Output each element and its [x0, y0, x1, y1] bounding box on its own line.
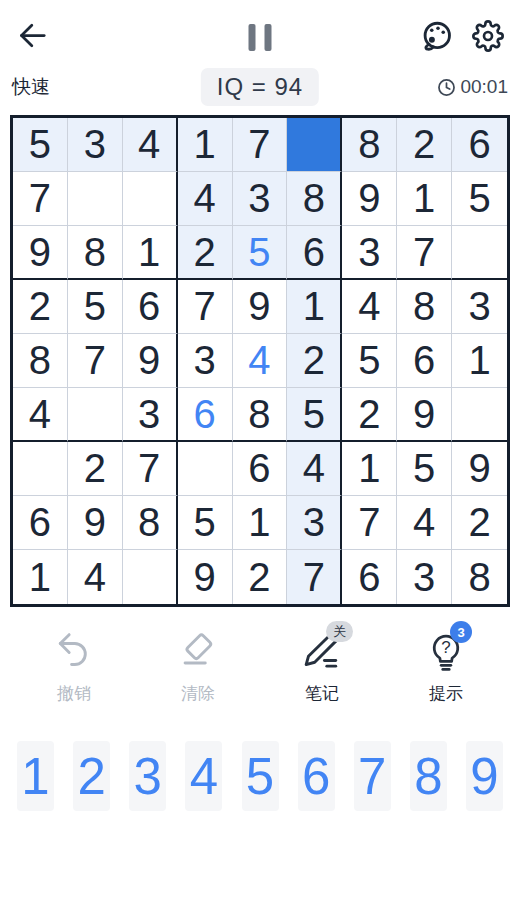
- cell-r6c1[interactable]: 4: [13, 388, 68, 442]
- notes-label: 笔记: [305, 682, 339, 705]
- cell-r8c7[interactable]: 7: [342, 496, 397, 550]
- cell-r2c8[interactable]: 1: [397, 172, 452, 226]
- cell-r5c9[interactable]: 1: [452, 334, 507, 388]
- gear-icon: [472, 20, 504, 55]
- undo-button[interactable]: 撤销: [32, 629, 116, 705]
- clock-icon: [437, 78, 456, 97]
- erase-label: 清除: [181, 682, 215, 705]
- cell-r1c4[interactable]: 1: [178, 118, 233, 172]
- cell-r7c8[interactable]: 5: [397, 442, 452, 496]
- cell-r6c7[interactable]: 2: [342, 388, 397, 442]
- eraser-icon: [177, 629, 219, 674]
- hint-count-badge: 3: [450, 621, 472, 643]
- number-pad: 123456789: [0, 741, 520, 811]
- cell-r4c1[interactable]: 2: [13, 280, 68, 334]
- cell-r2c9[interactable]: 5: [452, 172, 507, 226]
- cell-r3c4[interactable]: 2: [178, 226, 233, 280]
- cell-r5c3[interactable]: 9: [123, 334, 178, 388]
- cell-r3c3[interactable]: 1: [123, 226, 178, 280]
- numpad-2[interactable]: 2: [73, 741, 110, 811]
- cell-r6c8[interactable]: 9: [397, 388, 452, 442]
- cell-r4c6[interactable]: 1: [287, 280, 342, 334]
- cell-r5c1[interactable]: 8: [13, 334, 68, 388]
- cell-r3c2[interactable]: 8: [68, 226, 123, 280]
- cell-r8c5[interactable]: 1: [233, 496, 288, 550]
- cell-r2c1[interactable]: 7: [13, 172, 68, 226]
- cell-r2c5[interactable]: 3: [233, 172, 288, 226]
- cell-r8c2[interactable]: 9: [68, 496, 123, 550]
- cell-r3c5[interactable]: 5: [233, 226, 288, 280]
- cell-r9c7[interactable]: 6: [342, 550, 397, 604]
- numpad-8[interactable]: 8: [410, 741, 447, 811]
- cell-r3c8[interactable]: 7: [397, 226, 452, 280]
- undo-icon: [53, 629, 95, 674]
- palette-icon: [420, 19, 454, 56]
- cell-r2c4[interactable]: 4: [178, 172, 233, 226]
- back-button[interactable]: [16, 19, 49, 55]
- iq-score: IQ = 94: [201, 68, 319, 106]
- cell-r1c2[interactable]: 3: [68, 118, 123, 172]
- cell-r4c8[interactable]: 8: [397, 280, 452, 334]
- back-arrow-icon: [16, 19, 49, 55]
- settings-button[interactable]: [472, 20, 504, 55]
- cell-r9c9[interactable]: 8: [452, 550, 507, 604]
- cell-r4c2[interactable]: 5: [68, 280, 123, 334]
- cell-r6c5[interactable]: 8: [233, 388, 288, 442]
- cell-r3c9[interactable]: [452, 226, 507, 280]
- numpad-1[interactable]: 1: [17, 741, 54, 811]
- cell-r7c9[interactable]: 9: [452, 442, 507, 496]
- cell-r5c2[interactable]: 7: [68, 334, 123, 388]
- cell-r9c4[interactable]: 9: [178, 550, 233, 604]
- cell-r4c9[interactable]: 3: [452, 280, 507, 334]
- cell-r2c3[interactable]: [123, 172, 178, 226]
- cell-r1c7[interactable]: 8: [342, 118, 397, 172]
- cell-r3c7[interactable]: 3: [342, 226, 397, 280]
- cell-r7c3[interactable]: 7: [123, 442, 178, 496]
- cell-r1c9[interactable]: 6: [452, 118, 507, 172]
- cell-r7c7[interactable]: 1: [342, 442, 397, 496]
- timer-value: 00:01: [460, 76, 508, 98]
- cell-r8c9[interactable]: 2: [452, 496, 507, 550]
- erase-button[interactable]: 清除: [156, 629, 240, 705]
- status-bar: 快速 IQ = 94 00:01: [0, 64, 520, 110]
- sudoku-grid: 5341782674389159812563725679148387934256…: [10, 115, 510, 607]
- numpad-7[interactable]: 7: [354, 741, 391, 811]
- cell-r6c9[interactable]: [452, 388, 507, 442]
- top-bar: [0, 0, 520, 64]
- cell-r4c7[interactable]: 4: [342, 280, 397, 334]
- cell-r9c5[interactable]: 2: [233, 550, 288, 604]
- hint-button[interactable]: ? 3 提示: [404, 629, 488, 705]
- notes-button[interactable]: 关 笔记: [280, 629, 364, 705]
- theme-button[interactable]: [420, 19, 454, 56]
- cell-r3c6[interactable]: 6: [287, 226, 342, 280]
- numpad-9[interactable]: 9: [466, 741, 503, 811]
- pause-icon: [265, 24, 272, 51]
- cell-r2c6[interactable]: 8: [287, 172, 342, 226]
- numpad-6[interactable]: 6: [298, 741, 335, 811]
- cell-r1c8[interactable]: 2: [397, 118, 452, 172]
- numpad-3[interactable]: 3: [129, 741, 166, 811]
- cell-r9c1[interactable]: 1: [13, 550, 68, 604]
- cell-r2c2[interactable]: [68, 172, 123, 226]
- cell-r4c4[interactable]: 7: [178, 280, 233, 334]
- cell-r7c5[interactable]: 6: [233, 442, 288, 496]
- undo-label: 撤销: [57, 682, 91, 705]
- cell-r5c7[interactable]: 5: [342, 334, 397, 388]
- cell-r8c8[interactable]: 4: [397, 496, 452, 550]
- cell-r7c2[interactable]: 2: [68, 442, 123, 496]
- notes-off-badge: 关: [326, 621, 353, 642]
- cell-r7c6[interactable]: 4: [287, 442, 342, 496]
- cell-r9c8[interactable]: 3: [397, 550, 452, 604]
- svg-text:?: ?: [441, 638, 450, 657]
- timer: 00:01: [437, 76, 508, 98]
- cell-r8c4[interactable]: 5: [178, 496, 233, 550]
- cell-r1c1[interactable]: 5: [13, 118, 68, 172]
- difficulty-label: 快速: [12, 74, 50, 100]
- cell-r4c3[interactable]: 6: [123, 280, 178, 334]
- cell-r5c8[interactable]: 6: [397, 334, 452, 388]
- cell-r6c3[interactable]: 3: [123, 388, 178, 442]
- cell-r5c5[interactable]: 4: [233, 334, 288, 388]
- cell-r1c5[interactable]: 7: [233, 118, 288, 172]
- numpad-4[interactable]: 4: [185, 741, 222, 811]
- cell-r8c6[interactable]: 3: [287, 496, 342, 550]
- cell-r2c7[interactable]: 9: [342, 172, 397, 226]
- cell-r8c1[interactable]: 6: [13, 496, 68, 550]
- cell-r9c3[interactable]: [123, 550, 178, 604]
- cell-r9c2[interactable]: 4: [68, 550, 123, 604]
- cell-r6c6[interactable]: 5: [287, 388, 342, 442]
- cell-r6c2[interactable]: [68, 388, 123, 442]
- cell-r8c3[interactable]: 8: [123, 496, 178, 550]
- cell-r6c4[interactable]: 6: [178, 388, 233, 442]
- pause-button[interactable]: [249, 24, 272, 51]
- cell-r1c3[interactable]: 4: [123, 118, 178, 172]
- hint-label: 提示: [429, 682, 463, 705]
- cell-r1c6[interactable]: [287, 118, 342, 172]
- toolbar: 撤销 清除 关 笔记 ? 3 提示: [0, 629, 520, 705]
- cell-r5c6[interactable]: 2: [287, 334, 342, 388]
- numpad-5[interactable]: 5: [242, 741, 279, 811]
- cell-r7c4[interactable]: [178, 442, 233, 496]
- cell-r7c1[interactable]: [13, 442, 68, 496]
- cell-r3c1[interactable]: 9: [13, 226, 68, 280]
- cell-r9c6[interactable]: 7: [287, 550, 342, 604]
- cell-r4c5[interactable]: 9: [233, 280, 288, 334]
- cell-r5c4[interactable]: 3: [178, 334, 233, 388]
- pause-icon: [249, 24, 256, 51]
